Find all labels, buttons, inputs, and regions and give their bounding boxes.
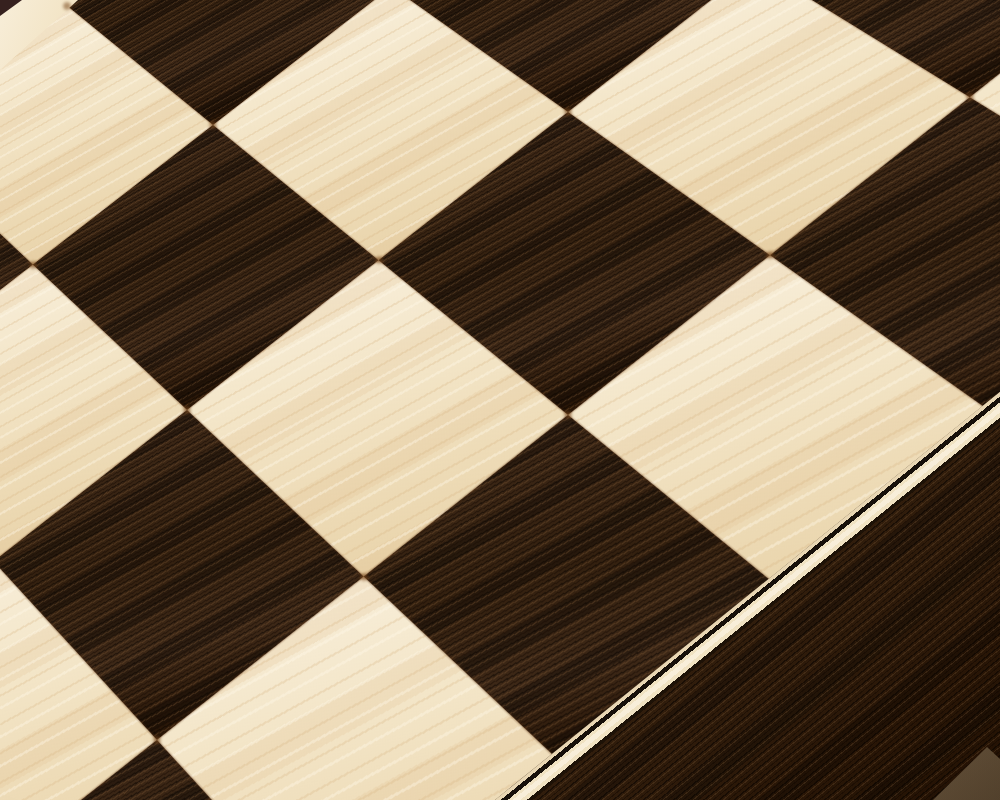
burn-mark bbox=[182, 404, 193, 415]
burn-mark bbox=[62, 0, 73, 11]
burn-mark bbox=[562, 106, 573, 117]
burn-mark bbox=[27, 259, 38, 270]
burn-mark bbox=[765, 250, 776, 261]
burn-mark bbox=[373, 255, 384, 266]
chessboard-photo bbox=[0, 0, 1000, 800]
burn-mark bbox=[358, 571, 369, 582]
burn-mark bbox=[562, 409, 573, 420]
burn-mark bbox=[151, 734, 162, 745]
burn-mark bbox=[207, 119, 218, 130]
burn-mark bbox=[964, 92, 975, 103]
